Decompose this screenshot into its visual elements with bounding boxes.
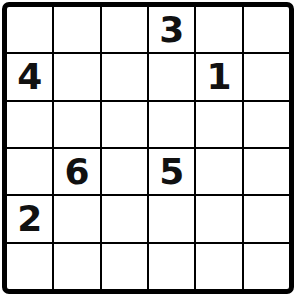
cell-r1c6[interactable] xyxy=(244,7,289,52)
cell-r2c4[interactable] xyxy=(149,54,194,99)
cell-r5c3[interactable] xyxy=(102,196,147,241)
cell-r6c1[interactable] xyxy=(7,244,52,289)
cell-r4c5[interactable] xyxy=(196,149,241,194)
cell-r2c6[interactable] xyxy=(244,54,289,99)
cell-r1c1[interactable] xyxy=(7,7,52,52)
cell-r5c2[interactable] xyxy=(54,196,99,241)
cell-r5c4[interactable] xyxy=(149,196,194,241)
puzzle-board: 341652 xyxy=(2,2,294,294)
cell-r6c4[interactable] xyxy=(149,244,194,289)
cell-r5c1[interactable]: 2 xyxy=(7,196,52,241)
cell-r4c1[interactable] xyxy=(7,149,52,194)
cell-r6c2[interactable] xyxy=(54,244,99,289)
cell-r3c3[interactable] xyxy=(102,102,147,147)
cell-r2c5[interactable]: 1 xyxy=(196,54,241,99)
cell-r5c5[interactable] xyxy=(196,196,241,241)
cell-r3c1[interactable] xyxy=(7,102,52,147)
cell-r3c4[interactable] xyxy=(149,102,194,147)
cell-r4c2[interactable]: 6 xyxy=(54,149,99,194)
cell-r6c6[interactable] xyxy=(244,244,289,289)
cell-r2c3[interactable] xyxy=(102,54,147,99)
cell-r2c1[interactable]: 4 xyxy=(7,54,52,99)
cell-r4c4[interactable]: 5 xyxy=(149,149,194,194)
cell-r4c3[interactable] xyxy=(102,149,147,194)
puzzle-page: 341652 xyxy=(0,0,296,296)
cell-r1c2[interactable] xyxy=(54,7,99,52)
cell-r2c2[interactable] xyxy=(54,54,99,99)
cell-r4c6[interactable] xyxy=(244,149,289,194)
cell-r1c3[interactable] xyxy=(102,7,147,52)
cell-r3c2[interactable] xyxy=(54,102,99,147)
cell-r1c4[interactable]: 3 xyxy=(149,7,194,52)
cell-r1c5[interactable] xyxy=(196,7,241,52)
cell-r5c6[interactable] xyxy=(244,196,289,241)
cell-r6c5[interactable] xyxy=(196,244,241,289)
cell-r6c3[interactable] xyxy=(102,244,147,289)
cell-r3c6[interactable] xyxy=(244,102,289,147)
cell-r3c5[interactable] xyxy=(196,102,241,147)
